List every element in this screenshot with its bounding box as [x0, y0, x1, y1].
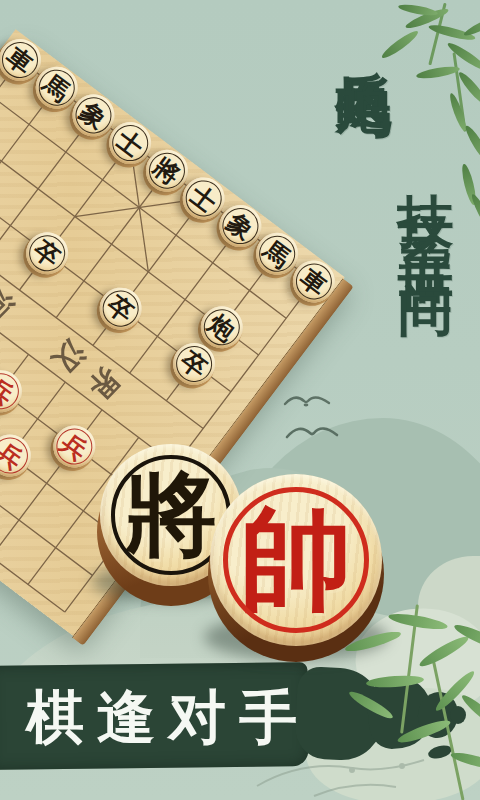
shuai-glyph: 帥	[240, 485, 352, 636]
calligraphy-line-1: 兵挺炮鸣	[336, 26, 392, 46]
bamboo-leaf	[398, 3, 439, 18]
banner-title: 棋逢对手	[26, 684, 310, 751]
bird-icon	[282, 390, 332, 410]
splash-screen[interactable]: 兵挺炮鸣 技艺盖世间 楚河汉界 車馬象士將士象馬車炮卒卒卒兵兵兵 將 帥	[0, 0, 480, 800]
bird-icon	[284, 420, 340, 444]
calligraphy-line-2: 技艺盖世间	[398, 148, 454, 258]
bamboo-leaf	[462, 14, 480, 39]
big-piece-shuai: 帥	[204, 472, 384, 652]
banner-brush-splatter	[450, 706, 466, 724]
bamboo-leaf	[463, 123, 480, 165]
bamboo-leaf	[416, 64, 461, 81]
piece-face: 帥	[210, 474, 382, 646]
